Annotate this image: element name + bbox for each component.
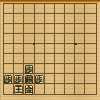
board-cell[interactable] <box>35 64 45 74</box>
board-cell[interactable] <box>55 24 65 34</box>
board-cell[interactable] <box>35 84 45 94</box>
board-cell[interactable] <box>4 54 14 64</box>
board-cell[interactable] <box>14 14 24 24</box>
board-cell[interactable] <box>65 4 75 14</box>
board-cell[interactable] <box>55 4 65 14</box>
board-cell[interactable] <box>75 64 85 74</box>
board-cell[interactable] <box>65 24 75 34</box>
board-cell[interactable] <box>4 24 14 34</box>
board-cell[interactable] <box>65 14 75 24</box>
board-cell[interactable] <box>75 84 85 94</box>
board-cell[interactable] <box>75 14 85 24</box>
piece-silver[interactable]: 銀 <box>25 75 34 84</box>
board-cell[interactable] <box>35 4 45 14</box>
board-cell[interactable] <box>75 4 85 14</box>
board-cell[interactable] <box>35 24 45 34</box>
board-cell[interactable] <box>65 64 75 74</box>
board-cell[interactable] <box>24 14 34 24</box>
board-cell[interactable] <box>45 84 55 94</box>
board-cell[interactable] <box>85 34 95 44</box>
board-cell[interactable] <box>14 4 24 14</box>
board-cell[interactable] <box>45 44 55 54</box>
star-point <box>33 43 35 45</box>
shogi-app-screenshot: 歩歩歩銀歩王金 <box>0 0 100 100</box>
board-cell[interactable] <box>55 54 65 64</box>
board-cell[interactable] <box>14 34 24 44</box>
board-cell[interactable] <box>24 4 34 14</box>
board-cell[interactable] <box>85 24 95 34</box>
board-cell[interactable] <box>24 54 34 64</box>
board-cell[interactable] <box>45 24 55 34</box>
board-cell[interactable] <box>35 54 45 64</box>
board-cell[interactable] <box>4 64 14 74</box>
board-cell[interactable] <box>55 34 65 44</box>
board-cell[interactable] <box>85 84 95 94</box>
piece-pawn[interactable]: 歩 <box>35 75 44 84</box>
board-cell[interactable] <box>14 64 24 74</box>
board-cell[interactable] <box>85 44 95 54</box>
board-cell[interactable] <box>45 4 55 14</box>
board-cell[interactable] <box>14 44 24 54</box>
board-cell[interactable] <box>14 24 24 34</box>
board-cell[interactable] <box>65 44 75 54</box>
board-cell[interactable] <box>35 44 45 54</box>
board-cell[interactable] <box>24 44 34 54</box>
board-cell[interactable] <box>4 84 14 94</box>
piece-king[interactable]: 王 <box>14 85 23 94</box>
board-cell[interactable] <box>65 84 75 94</box>
board-cell[interactable] <box>85 74 95 84</box>
board-cell[interactable] <box>85 64 95 74</box>
board-cell[interactable] <box>85 14 95 24</box>
board-cell[interactable] <box>35 34 45 44</box>
board-cell[interactable] <box>45 64 55 74</box>
star-point <box>74 43 76 45</box>
piece-pawn[interactable]: 歩 <box>14 75 23 84</box>
board-cell[interactable] <box>65 54 75 64</box>
piece-pawn[interactable]: 歩 <box>4 75 13 84</box>
board-cell[interactable] <box>45 34 55 44</box>
board-cell[interactable] <box>55 64 65 74</box>
board-cell[interactable] <box>45 14 55 24</box>
board-cell[interactable] <box>75 24 85 34</box>
board-cell[interactable] <box>45 74 55 84</box>
board-cell[interactable] <box>35 14 45 24</box>
board-cell[interactable] <box>75 44 85 54</box>
board-cell[interactable] <box>55 84 65 94</box>
piece-gold[interactable]: 金 <box>25 85 34 94</box>
board-cell[interactable] <box>4 14 14 24</box>
board-cell[interactable] <box>55 74 65 84</box>
board-cell[interactable] <box>65 74 75 84</box>
board-cell[interactable] <box>4 4 14 14</box>
board-cell[interactable] <box>75 54 85 64</box>
board-cell[interactable] <box>85 54 95 64</box>
board-cell[interactable] <box>4 34 14 44</box>
board-cell[interactable] <box>75 74 85 84</box>
board-cell[interactable] <box>14 54 24 64</box>
board-cell[interactable] <box>55 14 65 24</box>
board-cell[interactable] <box>85 4 95 14</box>
board-cell[interactable] <box>24 24 34 34</box>
board-cell[interactable] <box>75 34 85 44</box>
board-cell[interactable] <box>55 44 65 54</box>
board-cell[interactable] <box>4 44 14 54</box>
piece-pawn[interactable]: 歩 <box>25 65 34 74</box>
board-cell[interactable] <box>45 54 55 64</box>
